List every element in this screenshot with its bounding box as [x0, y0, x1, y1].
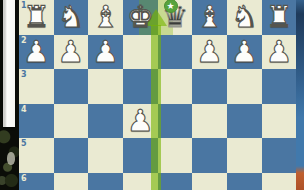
square-h4[interactable]: 4 — [19, 104, 54, 139]
target-star-badge: ★ — [164, 0, 178, 13]
piece-white-rook: ♜ — [23, 0, 50, 35]
square-h3[interactable]: 3 — [19, 69, 54, 104]
piece-white-rook: ♜ — [266, 0, 293, 35]
square-c4[interactable] — [192, 104, 227, 139]
square-h2[interactable]: 2♟ — [19, 35, 54, 70]
square-h5[interactable]: 5 — [19, 138, 54, 173]
square-c2[interactable]: ♟ — [192, 35, 227, 70]
left-texture-highlight — [7, 152, 15, 165]
square-g1[interactable]: ♞ — [54, 0, 89, 35]
square-f6[interactable] — [88, 173, 123, 191]
square-f2[interactable]: ♟ — [88, 35, 123, 70]
piece-white-king: ♚ — [127, 0, 154, 35]
square-g3[interactable] — [54, 69, 89, 104]
rank-label-6: 6 — [21, 174, 27, 183]
square-b4[interactable] — [227, 104, 262, 139]
square-g4[interactable] — [54, 104, 89, 139]
piece-white-knight: ♞ — [58, 0, 85, 35]
square-b6[interactable] — [227, 173, 262, 191]
square-d6[interactable] — [158, 173, 193, 191]
square-c3[interactable] — [192, 69, 227, 104]
rank-label-4: 4 — [21, 105, 27, 114]
vertical-white-bar — [3, 0, 15, 127]
square-b3[interactable] — [227, 69, 262, 104]
square-a2[interactable]: ♟ — [262, 35, 297, 70]
piece-white-pawn: ♟ — [127, 104, 154, 139]
square-d3[interactable] — [158, 69, 193, 104]
piece-white-bishop: ♝ — [196, 0, 223, 35]
square-f3[interactable] — [88, 69, 123, 104]
right-edge-sliver — [296, 0, 304, 190]
square-h6[interactable]: 6 — [19, 173, 54, 191]
square-c6[interactable] — [192, 173, 227, 191]
piece-white-pawn: ♟ — [23, 35, 50, 70]
square-e1[interactable]: ♚ — [123, 0, 158, 35]
piece-white-knight: ♞ — [231, 0, 258, 35]
square-a3[interactable] — [262, 69, 297, 104]
square-h1[interactable]: 1♜ — [19, 0, 54, 35]
square-e4[interactable]: ♟ — [123, 104, 158, 139]
piece-white-pawn: ♟ — [92, 35, 119, 70]
square-f1[interactable]: ♝ — [88, 0, 123, 35]
screenshot-stage: 1♜♞♝♚♛♝♞♜2♟♟♟♟♟♟34♟56 ★ — [0, 0, 304, 190]
square-g6[interactable] — [54, 173, 89, 191]
square-f5[interactable] — [88, 138, 123, 173]
piece-white-pawn: ♟ — [231, 35, 258, 70]
square-b1[interactable]: ♞ — [227, 0, 262, 35]
piece-white-bishop: ♝ — [92, 0, 119, 35]
square-a4[interactable] — [262, 104, 297, 139]
square-a1[interactable]: ♜ — [262, 0, 297, 35]
piece-white-pawn: ♟ — [58, 35, 85, 70]
square-d2[interactable] — [158, 35, 193, 70]
square-a5[interactable] — [262, 138, 297, 173]
square-b5[interactable] — [227, 138, 262, 173]
piece-white-pawn: ♟ — [196, 35, 223, 70]
rank-label-5: 5 — [21, 139, 27, 148]
square-f4[interactable] — [88, 104, 123, 139]
square-g2[interactable]: ♟ — [54, 35, 89, 70]
square-c5[interactable] — [192, 138, 227, 173]
square-a6[interactable] — [262, 173, 297, 191]
star-icon: ★ — [166, 0, 174, 12]
square-b2[interactable]: ♟ — [227, 35, 262, 70]
square-c1[interactable]: ♝ — [192, 0, 227, 35]
square-d4[interactable] — [158, 104, 193, 139]
rank-label-3: 3 — [21, 70, 27, 79]
piece-white-pawn: ♟ — [266, 35, 293, 70]
square-g5[interactable] — [54, 138, 89, 173]
square-d5[interactable] — [158, 138, 193, 173]
